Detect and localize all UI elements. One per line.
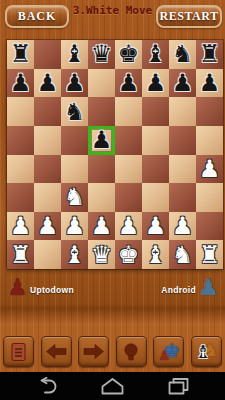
square-d7[interactable] [88, 69, 115, 98]
square-f2[interactable]: ♟ [142, 212, 169, 241]
moves-list-button[interactable] [3, 336, 34, 367]
square-e1[interactable]: ♚ [115, 240, 142, 269]
square-g3[interactable] [169, 183, 196, 212]
square-b1[interactable] [34, 240, 61, 269]
square-c2[interactable]: ♟ [61, 212, 88, 241]
square-b2[interactable]: ♟ [34, 212, 61, 241]
black-pawn: ♟ [172, 71, 194, 95]
square-g4[interactable] [169, 155, 196, 184]
square-h5[interactable] [196, 126, 223, 155]
square-h1[interactable]: ♜ [196, 240, 223, 269]
arrow-left-icon [46, 344, 67, 359]
white-knight: ♞ [64, 185, 86, 209]
square-g2[interactable]: ♟ [169, 212, 196, 241]
square-c1[interactable]: ♝ [61, 240, 88, 269]
black-pawn: ♟ [118, 71, 140, 95]
red-pawn-small-icon: ♟ [158, 349, 170, 362]
restart-button[interactable]: RESTART [156, 5, 222, 28]
player-name-right: Android [161, 285, 196, 295]
white-pawn: ♟ [199, 157, 221, 181]
square-b6[interactable] [34, 97, 61, 126]
nav-back-button[interactable] [34, 377, 59, 396]
toolbar: ♚ ♟ ♞ ♝ ⬆ [0, 335, 225, 368]
black-bishop: ♝ [145, 42, 167, 66]
black-rook: ♜ [199, 42, 221, 66]
square-c6[interactable]: ♞ [61, 97, 88, 126]
promotion-pieces-button[interactable]: ♞ ♝ ⬆ [191, 336, 222, 367]
square-c4[interactable] [61, 155, 88, 184]
square-h8[interactable]: ♜ [196, 40, 223, 69]
square-e4[interactable] [115, 155, 142, 184]
square-d5[interactable]: ♟ [88, 126, 115, 155]
square-g1[interactable]: ♞ [169, 240, 196, 269]
nav-home-icon [100, 377, 125, 396]
white-pawn: ♟ [172, 214, 194, 238]
black-queen: ♛ [91, 42, 113, 66]
white-knight: ♞ [172, 243, 194, 267]
chess-board: ♜♝♛♚♝♞♜♟♟♟♟♟♟♟♞♟♟♞♟♟♟♟♟♟♟♜♝♛♚♝♞♜ [7, 40, 223, 269]
header-bar: BACK 3.White Move RESTART [0, 0, 225, 40]
black-pawn: ♟ [10, 71, 32, 95]
white-king: ♚ [118, 243, 140, 267]
square-d2[interactable]: ♟ [88, 212, 115, 241]
white-queen: ♛ [91, 243, 113, 267]
android-nav-bar [0, 372, 225, 400]
square-d3[interactable] [88, 183, 115, 212]
up-arrow-icon: ⬆ [200, 351, 207, 359]
square-a3[interactable] [7, 183, 34, 212]
white-pawn: ♟ [64, 214, 86, 238]
white-pawn: ♟ [10, 214, 32, 238]
square-b3[interactable] [34, 183, 61, 212]
square-c7[interactable]: ♟ [61, 69, 88, 98]
document-icon [10, 342, 27, 362]
black-king: ♚ [118, 42, 140, 66]
lightbulb-icon [123, 342, 139, 362]
red-pawn-icon: ♟ [7, 276, 28, 299]
nav-back-icon [34, 377, 59, 396]
white-pawn: ♟ [118, 214, 140, 238]
square-c3[interactable]: ♞ [61, 183, 88, 212]
redo-button[interactable] [78, 336, 109, 367]
square-c5[interactable] [61, 126, 88, 155]
black-rook: ♜ [10, 42, 32, 66]
square-f7[interactable]: ♟ [142, 69, 169, 98]
square-d8[interactable]: ♛ [88, 40, 115, 69]
nav-recents-button[interactable] [166, 377, 191, 396]
square-a8[interactable]: ♜ [7, 40, 34, 69]
square-a7[interactable]: ♟ [7, 69, 34, 98]
square-g5[interactable] [169, 126, 196, 155]
square-a6[interactable] [7, 97, 34, 126]
square-g7[interactable]: ♟ [169, 69, 196, 98]
blue-pawn-icon: ♟ [198, 276, 219, 299]
square-e5[interactable] [115, 126, 142, 155]
square-a5[interactable] [7, 126, 34, 155]
white-bishop: ♝ [64, 243, 86, 267]
square-b5[interactable] [34, 126, 61, 155]
square-g6[interactable] [169, 97, 196, 126]
square-f4[interactable] [142, 155, 169, 184]
square-h7[interactable]: ♟ [196, 69, 223, 98]
square-f5[interactable] [142, 126, 169, 155]
black-pawn: ♟ [37, 71, 59, 95]
square-f8[interactable]: ♝ [142, 40, 169, 69]
square-e6[interactable] [115, 97, 142, 126]
white-pawn: ♟ [91, 214, 113, 238]
black-pawn: ♟ [145, 71, 167, 95]
square-b7[interactable]: ♟ [34, 69, 61, 98]
chess-app-screen: BACK 3.White Move RESTART ♜♝♛♚♝♞♜♟♟♟♟♟♟♟… [0, 0, 225, 400]
square-b8[interactable] [34, 40, 61, 69]
square-e2[interactable]: ♟ [115, 212, 142, 241]
black-bishop: ♝ [64, 42, 86, 66]
white-pawn: ♟ [37, 214, 59, 238]
square-h3[interactable] [196, 183, 223, 212]
square-e8[interactable]: ♚ [115, 40, 142, 69]
nav-recents-icon [166, 377, 191, 396]
move-status-text: 3.White Move [60, 4, 165, 17]
square-f1[interactable]: ♝ [142, 240, 169, 269]
white-rook: ♜ [10, 243, 32, 267]
square-d6[interactable] [88, 97, 115, 126]
player-name-left: Uptodown [30, 285, 74, 295]
square-a2[interactable]: ♟ [7, 212, 34, 241]
square-f3[interactable] [142, 183, 169, 212]
square-e3[interactable] [115, 183, 142, 212]
white-rook: ♜ [199, 243, 221, 267]
black-knight: ♞ [172, 42, 194, 66]
arrow-right-icon [83, 344, 104, 359]
white-bishop: ♝ [145, 243, 167, 267]
square-a4[interactable] [7, 155, 34, 184]
square-g8[interactable]: ♞ [169, 40, 196, 69]
square-b4[interactable] [34, 155, 61, 184]
square-h4[interactable]: ♟ [196, 155, 223, 184]
black-knight: ♞ [64, 100, 86, 124]
choose-opponent-button[interactable]: ♚ ♟ [153, 336, 184, 367]
square-a1[interactable]: ♜ [7, 240, 34, 269]
white-pawn: ♟ [145, 214, 167, 238]
players-strip: ♟ Uptodown Android ♟ [0, 271, 225, 313]
nav-home-button[interactable] [100, 377, 125, 396]
hint-button[interactable] [116, 336, 147, 367]
black-pawn: ♟ [199, 71, 221, 95]
square-f6[interactable] [142, 97, 169, 126]
square-c8[interactable]: ♝ [61, 40, 88, 69]
black-pawn: ♟ [64, 71, 86, 95]
square-d1[interactable]: ♛ [88, 240, 115, 269]
square-e7[interactable]: ♟ [115, 69, 142, 98]
square-d4[interactable] [88, 155, 115, 184]
undo-button[interactable] [41, 336, 72, 367]
square-h2[interactable] [196, 212, 223, 241]
black-pawn: ♟ [91, 128, 113, 152]
square-h6[interactable] [196, 97, 223, 126]
